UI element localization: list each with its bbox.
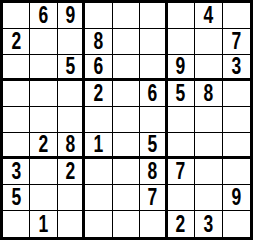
cell-r3c7[interactable]: 9 <box>168 55 195 81</box>
cell-r5c2[interactable] <box>30 107 57 133</box>
cell-r6c8[interactable] <box>195 133 222 159</box>
given-digit: 7 <box>148 186 158 209</box>
cell-r9c1[interactable] <box>3 211 30 237</box>
given-digit: 8 <box>148 160 158 183</box>
given-digit: 6 <box>148 82 158 105</box>
given-digit: 9 <box>65 4 75 27</box>
cell-r9c2[interactable]: 1 <box>30 211 57 237</box>
cell-r8c1[interactable]: 5 <box>3 185 30 211</box>
cell-r2c9[interactable]: 7 <box>223 29 250 55</box>
cell-r6c6[interactable]: 5 <box>140 133 167 159</box>
cell-r9c3[interactable] <box>58 211 85 237</box>
cell-r2c5[interactable] <box>113 29 140 55</box>
cell-r3c2[interactable] <box>30 55 57 81</box>
cell-r6c7[interactable] <box>168 133 195 159</box>
cell-r6c9[interactable] <box>223 133 250 159</box>
cell-r4c2[interactable] <box>30 81 57 107</box>
cell-r7c4[interactable] <box>85 159 112 185</box>
given-digit: 7 <box>176 160 186 183</box>
cell-r2c8[interactable] <box>195 29 222 55</box>
cell-r5c7[interactable] <box>168 107 195 133</box>
given-digit: 2 <box>94 82 104 105</box>
given-digit: 5 <box>11 186 21 209</box>
cell-r7c2[interactable] <box>30 159 57 185</box>
cell-r9c6[interactable] <box>140 211 167 237</box>
cell-r6c5[interactable] <box>113 133 140 159</box>
cell-r5c4[interactable] <box>85 107 112 133</box>
cell-r4c3[interactable] <box>58 81 85 107</box>
cell-r1c3[interactable]: 9 <box>58 3 85 29</box>
cell-r1c7[interactable] <box>168 3 195 29</box>
cell-r9c7[interactable]: 2 <box>168 211 195 237</box>
cell-r6c3[interactable]: 8 <box>58 133 85 159</box>
cell-r2c4[interactable]: 8 <box>85 29 112 55</box>
cell-r1c2[interactable]: 6 <box>30 3 57 29</box>
cell-r4c5[interactable] <box>113 81 140 107</box>
cell-r8c3[interactable] <box>58 185 85 211</box>
cell-r8c6[interactable]: 7 <box>140 185 167 211</box>
cell-r4c7[interactable]: 5 <box>168 81 195 107</box>
given-digit: 3 <box>231 55 241 78</box>
given-digit: 6 <box>39 4 49 27</box>
cell-r8c8[interactable] <box>195 185 222 211</box>
cell-r5c1[interactable] <box>3 107 30 133</box>
cell-r1c8[interactable]: 4 <box>195 3 222 29</box>
cell-r2c7[interactable] <box>168 29 195 55</box>
given-digit: 8 <box>94 30 104 53</box>
given-digit: 5 <box>176 82 186 105</box>
cell-r3c9[interactable]: 3 <box>223 55 250 81</box>
given-digit: 9 <box>231 186 241 209</box>
cell-r8c4[interactable] <box>85 185 112 211</box>
given-digit: 6 <box>94 55 104 78</box>
cell-r5c6[interactable] <box>140 107 167 133</box>
given-digit: 2 <box>39 133 49 156</box>
cell-r9c5[interactable] <box>113 211 140 237</box>
cell-r6c1[interactable] <box>3 133 30 159</box>
cell-r3c3[interactable]: 5 <box>58 55 85 81</box>
given-digit: 1 <box>94 133 104 156</box>
cell-r1c9[interactable] <box>223 3 250 29</box>
cell-r7c1[interactable]: 3 <box>3 159 30 185</box>
cell-r2c6[interactable] <box>140 29 167 55</box>
cell-r1c6[interactable] <box>140 3 167 29</box>
cell-r4c8[interactable]: 8 <box>195 81 222 107</box>
cell-r6c4[interactable]: 1 <box>85 133 112 159</box>
cell-r8c9[interactable]: 9 <box>223 185 250 211</box>
sudoku-board: 6942875693265828153287579123 <box>0 0 253 240</box>
cell-r6c2[interactable]: 2 <box>30 133 57 159</box>
cell-r5c9[interactable] <box>223 107 250 133</box>
cell-r5c3[interactable] <box>58 107 85 133</box>
cell-r7c5[interactable] <box>113 159 140 185</box>
cell-r4c9[interactable] <box>223 81 250 107</box>
given-digit: 2 <box>11 30 21 53</box>
given-digit: 5 <box>65 55 75 78</box>
given-digit: 1 <box>39 213 49 236</box>
given-digit: 2 <box>176 213 186 236</box>
given-digit: 7 <box>231 30 241 53</box>
cell-r9c9[interactable] <box>223 211 250 237</box>
given-digit: 2 <box>65 160 75 183</box>
given-digit: 3 <box>203 213 213 236</box>
cell-r5c8[interactable] <box>195 107 222 133</box>
given-digit: 9 <box>176 55 186 78</box>
cell-r4c6[interactable]: 6 <box>140 81 167 107</box>
cell-r8c7[interactable] <box>168 185 195 211</box>
given-digit: 8 <box>203 82 213 105</box>
cell-r3c4[interactable]: 6 <box>85 55 112 81</box>
cell-r2c1[interactable]: 2 <box>3 29 30 55</box>
cell-r3c1[interactable] <box>3 55 30 81</box>
cell-r3c8[interactable] <box>195 55 222 81</box>
cell-r8c5[interactable] <box>113 185 140 211</box>
cell-r5c5[interactable] <box>113 107 140 133</box>
cell-r3c6[interactable] <box>140 55 167 81</box>
cell-r8c2[interactable] <box>30 185 57 211</box>
given-digit: 3 <box>11 160 21 183</box>
cell-r2c2[interactable] <box>30 29 57 55</box>
cell-r1c1[interactable] <box>3 3 30 29</box>
cell-r1c4[interactable] <box>85 3 112 29</box>
cell-r7c9[interactable] <box>223 159 250 185</box>
cell-r9c4[interactable] <box>85 211 112 237</box>
cell-r7c3[interactable]: 2 <box>58 159 85 185</box>
cell-r7c6[interactable]: 8 <box>140 159 167 185</box>
given-digit: 4 <box>203 4 213 27</box>
given-digit: 5 <box>148 133 158 156</box>
cell-r7c7[interactable]: 7 <box>168 159 195 185</box>
cell-r2c3[interactable] <box>58 29 85 55</box>
cell-r3c5[interactable] <box>113 55 140 81</box>
cell-r4c1[interactable] <box>3 81 30 107</box>
cell-r4c4[interactable]: 2 <box>85 81 112 107</box>
cell-r9c8[interactable]: 3 <box>195 211 222 237</box>
cell-r1c5[interactable] <box>113 3 140 29</box>
given-digit: 8 <box>65 133 75 156</box>
cell-r7c8[interactable] <box>195 159 222 185</box>
